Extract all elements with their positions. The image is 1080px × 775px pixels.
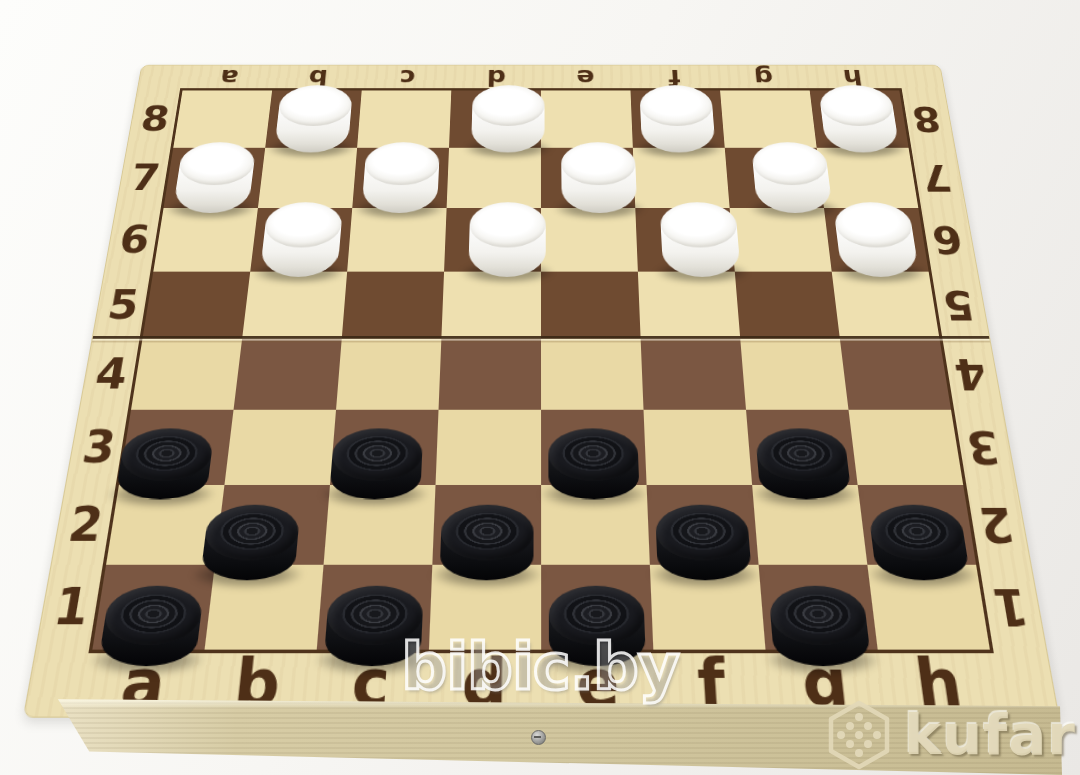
file-label-top-e: e (541, 65, 631, 90)
kufar-logo-icon (822, 698, 896, 772)
product-photo-background: 8877665544332211aabbccddeeffgghh bibic.b… (0, 0, 1080, 775)
piece-white-f6[interactable] (660, 202, 742, 277)
file-label-top-g: g (718, 65, 810, 90)
piece-top-face (469, 202, 546, 247)
piece-black-c3[interactable] (329, 428, 424, 499)
board-perspective-wrapper: 8877665544332211aabbccddeeffgghh (23, 65, 1057, 716)
fold-seam (92, 336, 990, 342)
pieces-layer (24, 65, 1058, 716)
checkers-board: 8877665544332211aabbccddeeffgghh (23, 65, 1060, 718)
piece-white-b6[interactable] (259, 202, 343, 277)
piece-white-e7[interactable] (561, 142, 637, 213)
piece-white-d6[interactable] (468, 202, 546, 277)
hinge-screw (531, 730, 546, 745)
piece-top-face (548, 428, 639, 480)
rank-label-left-7: 7 (116, 148, 173, 208)
piece-black-h2[interactable] (868, 505, 971, 580)
piece-white-h8[interactable] (818, 85, 900, 152)
rank-label-right-4: 4 (940, 339, 1003, 410)
rank-label-left-6: 6 (105, 208, 164, 272)
piece-black-b2[interactable] (200, 505, 301, 580)
piece-top-face (472, 85, 545, 126)
rank-label-right-3: 3 (951, 410, 1016, 485)
piece-black-a1[interactable] (98, 586, 205, 666)
watermark-kufar: kufar (822, 698, 1076, 772)
rank-label-right-2: 2 (963, 485, 1030, 565)
rank-label-right-8: 8 (899, 90, 954, 147)
piece-white-g7[interactable] (751, 142, 833, 213)
piece-black-g1[interactable] (768, 586, 872, 666)
file-label-top-a: a (183, 65, 276, 90)
piece-white-d8[interactable] (471, 85, 545, 152)
piece-white-f8[interactable] (639, 85, 716, 152)
watermark-bibic: bibic.by (401, 630, 678, 704)
piece-black-e3[interactable] (548, 428, 639, 499)
piece-white-c7[interactable] (361, 142, 440, 213)
kufar-logo-text: kufar (904, 699, 1076, 771)
rank-label-right-5: 5 (929, 272, 990, 339)
piece-top-face (440, 505, 534, 561)
rank-label-left-8: 8 (127, 90, 182, 147)
piece-top-face (639, 85, 714, 126)
piece-black-f2[interactable] (655, 505, 752, 580)
piece-black-d2[interactable] (439, 505, 533, 580)
piece-white-b8[interactable] (274, 85, 353, 152)
piece-black-a3[interactable] (114, 428, 214, 499)
piece-top-face (561, 142, 636, 185)
piece-white-a7[interactable] (172, 142, 256, 213)
piece-white-h6[interactable] (833, 202, 920, 277)
piece-black-g3[interactable] (755, 428, 852, 499)
rank-label-right-7: 7 (909, 148, 966, 208)
rank-label-right-6: 6 (918, 208, 977, 272)
file-label-top-c: c (362, 65, 453, 90)
